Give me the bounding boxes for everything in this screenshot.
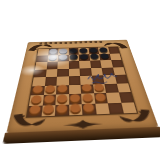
square-r7c3[interactable]: ● bbox=[69, 104, 83, 116]
square-r7c1[interactable]: ● bbox=[41, 105, 55, 117]
wood-piece[interactable]: ● bbox=[55, 102, 69, 113]
square-r7c7[interactable] bbox=[121, 102, 137, 113]
wood-piece[interactable]: ● bbox=[41, 103, 55, 114]
wood-piece[interactable]: ● bbox=[82, 101, 96, 112]
checkers-board: ●●●●●●●●●●●●●●●●●●●●●●●●●●●● bbox=[6, 40, 158, 133]
checkers-photo-scene: ●●●●●●●●●●●●●●●●●●●●●●●●●●●● bbox=[0, 0, 160, 160]
square-r7c4[interactable]: ● bbox=[82, 103, 96, 115]
square-r7c0[interactable]: ● bbox=[27, 105, 42, 117]
wood-piece[interactable]: ● bbox=[69, 102, 83, 113]
glare-reflection-small bbox=[17, 64, 45, 76]
wood-piece[interactable]: ● bbox=[27, 103, 42, 115]
ink-scribble bbox=[86, 71, 125, 86]
square-r7c2[interactable]: ● bbox=[55, 104, 69, 116]
square-r6c7[interactable] bbox=[118, 92, 133, 102]
